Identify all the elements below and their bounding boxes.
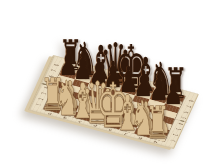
rank-label-right-2: 2 <box>171 133 178 136</box>
rook-icon: ♜ <box>146 101 170 145</box>
board-shadow: ♜♞♝♛♚♝♞♜♟♟♟♟♟♟♟♟♟♟♟♟♟♟♟♟♜♞♝♛♚♝♞♜ abcdefg… <box>0 0 221 167</box>
rank-label-right-3: 3 <box>173 127 180 130</box>
board-squares: ♜♞♝♛♚♝♞♜♟♟♟♟♟♟♟♟♟♟♟♟♟♟♟♟♜♞♝♛♚♝♞♜ <box>44 64 185 142</box>
board-frame: ♜♞♝♛♚♝♞♜♟♟♟♟♟♟♟♟♟♟♟♟♟♟♟♟♜♞♝♛♚♝♞♜ abcdefg… <box>28 55 199 149</box>
rank-label-right-4: 4 <box>176 122 183 125</box>
chess-board: ♜♞♝♛♚♝♞♜♟♟♟♟♟♟♟♟♟♟♟♟♟♟♟♟♜♞♝♛♚♝♞♜ abcdefg… <box>28 55 199 149</box>
rank-label-right-5: 5 <box>179 116 186 119</box>
photo-background: ♜♞♝♛♚♝♞♜♟♟♟♟♟♟♟♟♟♟♟♟♟♟♟♟♜♞♝♛♚♝♞♜ abcdefg… <box>0 0 221 167</box>
hinge-icon <box>180 120 184 122</box>
square-h1[interactable]: ♜ <box>149 132 167 142</box>
